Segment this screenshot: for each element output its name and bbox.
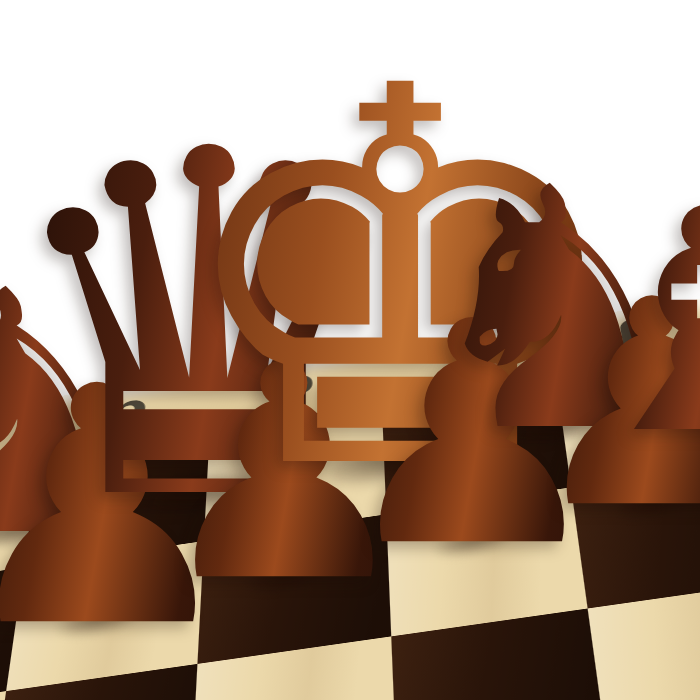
chess-board: a b c d e f g h — [0, 270, 700, 700]
chessboard-photo: a b c d e f g h ♞♟♛♟♚♟♞♟♝ — [0, 0, 700, 700]
file-label-f: f — [452, 341, 481, 384]
file-label-g: g — [614, 314, 664, 359]
file-label-e: e — [276, 365, 316, 411]
file-label-d: d — [105, 390, 150, 436]
